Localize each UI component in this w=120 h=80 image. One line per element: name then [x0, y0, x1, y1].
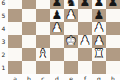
square-f3[interactable]: ♟ — [78, 35, 92, 48]
file-label-c: c — [36, 76, 50, 80]
square-h4[interactable] — [106, 22, 120, 35]
square-b4[interactable] — [22, 22, 36, 35]
square-g2[interactable]: ♜ — [92, 48, 106, 61]
square-h6[interactable]: ♟ — [106, 0, 120, 9]
square-b5[interactable] — [22, 9, 36, 22]
piece-black-pawn[interactable]: ♟ — [108, 0, 119, 9]
square-c2[interactable]: ♝ — [36, 48, 50, 61]
square-b6[interactable] — [22, 0, 36, 9]
square-h5[interactable] — [106, 9, 120, 22]
square-d1[interactable] — [50, 61, 64, 74]
file-label-a: a — [8, 76, 22, 80]
square-e2[interactable] — [64, 48, 78, 61]
file-label-h: h — [106, 76, 120, 80]
square-c4[interactable] — [36, 22, 50, 35]
rank-label-1: 1 — [0, 64, 7, 71]
file-label-e: e — [64, 76, 78, 80]
square-a4[interactable] — [8, 22, 22, 35]
square-c5[interactable] — [36, 9, 50, 22]
square-e5[interactable]: ♟ — [64, 9, 78, 22]
square-a6[interactable] — [8, 0, 22, 9]
square-a3[interactable] — [8, 35, 22, 48]
square-h2[interactable] — [106, 48, 120, 61]
square-c6[interactable] — [36, 0, 50, 9]
rank-label-4: 4 — [0, 25, 7, 32]
file-label-d: d — [50, 76, 64, 80]
square-h1[interactable] — [106, 61, 120, 74]
piece-white-pawn[interactable]: ♟ — [52, 22, 63, 35]
piece-white-pawn[interactable]: ♟ — [66, 9, 77, 22]
piece-black-pawn[interactable]: ♟ — [80, 0, 91, 9]
square-g1[interactable] — [92, 61, 106, 74]
file-label-b: b — [22, 76, 36, 80]
piece-white-king[interactable]: ♚ — [66, 35, 77, 48]
rank-label-5: 5 — [0, 12, 7, 19]
piece-white-bishop[interactable]: ♝ — [38, 48, 49, 61]
square-b3[interactable] — [22, 35, 36, 48]
square-b1[interactable] — [22, 61, 36, 74]
square-d4[interactable]: ♟ — [50, 22, 64, 35]
square-f5[interactable] — [78, 9, 92, 22]
square-e1[interactable] — [64, 61, 78, 74]
rank-label-6: 6 — [0, 0, 7, 6]
square-c1[interactable] — [36, 61, 50, 74]
square-d3[interactable] — [50, 35, 64, 48]
square-h3[interactable] — [106, 35, 120, 48]
square-d2[interactable] — [50, 48, 64, 61]
piece-white-rook[interactable]: ♜ — [94, 48, 105, 61]
square-f6[interactable]: ♟ — [78, 0, 92, 9]
square-a1[interactable] — [8, 61, 22, 74]
rank-label-2: 2 — [0, 51, 7, 58]
file-label-g: g — [92, 76, 106, 80]
square-a5[interactable] — [8, 9, 22, 22]
chess-diagram: ♟♞♟♟♟♟♟♟♟♟♚♟♟♝♜ 654321abcdefgh — [0, 0, 120, 80]
chess-board: ♟♞♟♟♟♟♟♟♟♟♚♟♟♝♜ — [8, 0, 120, 74]
piece-white-pawn[interactable]: ♟ — [80, 35, 91, 48]
rank-label-3: 3 — [0, 38, 7, 45]
square-f2[interactable] — [78, 48, 92, 61]
square-e3[interactable]: ♚ — [64, 35, 78, 48]
square-a2[interactable] — [8, 48, 22, 61]
file-label-f: f — [78, 76, 92, 80]
square-f1[interactable] — [78, 61, 92, 74]
square-b2[interactable] — [22, 48, 36, 61]
